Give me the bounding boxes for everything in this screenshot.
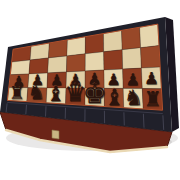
square-r2c4 [85, 70, 104, 88]
square-r0c5 [104, 30, 123, 51]
clasp [52, 130, 59, 139]
square-r1c5 [104, 50, 123, 70]
square-r2c1 [28, 73, 48, 88]
product-photo: ♟♟♟♟♟♟♟♟♜♞♝♛♚♝♞♜ [0, 0, 180, 180]
square-r3c6 [123, 88, 143, 109]
square-r3c4 [85, 88, 104, 106]
square-r3c1 [27, 88, 47, 103]
chess-board [0, 0, 180, 180]
square-r1c2 [48, 56, 67, 73]
square-r2c7 [141, 67, 161, 89]
square-r1c6 [122, 48, 141, 69]
square-r3c3 [66, 88, 86, 105]
border-groove [46, 106, 47, 116]
square-r2c2 [47, 72, 67, 88]
square-r3c2 [46, 88, 66, 104]
square-r0c7 [140, 24, 159, 48]
square-r3c0 [7, 88, 28, 102]
square-r1c7 [141, 46, 161, 69]
square-r0c6 [122, 27, 141, 50]
square-r3c5 [104, 88, 124, 107]
square-r2c5 [104, 69, 123, 88]
square-r1c3 [67, 54, 86, 72]
square-r2c3 [66, 71, 85, 88]
square-r1c4 [85, 52, 104, 71]
square-r1c1 [29, 58, 49, 74]
square-r1c0 [10, 60, 30, 75]
square-r2c0 [9, 74, 29, 88]
square-r3c7 [142, 89, 162, 111]
square-r2c6 [123, 68, 143, 88]
